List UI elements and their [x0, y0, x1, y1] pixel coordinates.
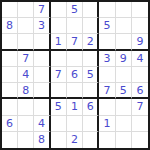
cell-r2c2[interactable]	[18, 18, 34, 34]
cell-r5c7[interactable]	[99, 67, 115, 83]
cell-r3c2[interactable]	[18, 34, 34, 50]
cell-r3c9[interactable]: 9	[132, 34, 148, 50]
cell-r9c4[interactable]	[51, 132, 67, 148]
cell-r4c7[interactable]: 3	[99, 51, 115, 67]
cell-r8c7[interactable]: 1	[99, 116, 115, 132]
cell-r6c1[interactable]	[2, 83, 18, 99]
cell-r4c9[interactable]: 4	[132, 51, 148, 67]
cell-r9c1[interactable]	[2, 132, 18, 148]
cell-r7c2[interactable]	[18, 99, 34, 115]
cell-r3c4[interactable]: 1	[51, 34, 67, 50]
cell-r8c9[interactable]	[132, 116, 148, 132]
cell-r9c7[interactable]	[99, 132, 115, 148]
cell-r3c5[interactable]: 7	[67, 34, 83, 50]
cell-r2c6[interactable]	[83, 18, 99, 34]
cell-r3c8[interactable]	[116, 34, 132, 50]
cell-r7c3[interactable]	[34, 99, 50, 115]
cell-r2c8[interactable]	[116, 18, 132, 34]
cell-r8c4[interactable]	[51, 116, 67, 132]
cell-r5c2[interactable]: 4	[18, 67, 34, 83]
cell-r6c4[interactable]	[51, 83, 67, 99]
cell-r8c8[interactable]	[116, 116, 132, 132]
cell-r4c8[interactable]: 9	[116, 51, 132, 67]
cell-r5c8[interactable]	[116, 67, 132, 83]
sudoku-puzzle: 758351729739447658756516764182	[0, 0, 150, 150]
cell-r5c1[interactable]	[2, 67, 18, 83]
cell-r4c5[interactable]	[67, 51, 83, 67]
cell-r1c6[interactable]	[83, 2, 99, 18]
cell-r1c7[interactable]	[99, 2, 115, 18]
cell-r1c1[interactable]	[2, 2, 18, 18]
cell-r8c2[interactable]	[18, 116, 34, 132]
cell-r9c9[interactable]	[132, 132, 148, 148]
cell-r8c3[interactable]: 4	[34, 116, 50, 132]
cell-r5c5[interactable]: 6	[67, 67, 83, 83]
cell-r7c7[interactable]	[99, 99, 115, 115]
cell-r7c1[interactable]	[2, 99, 18, 115]
cell-r6c6[interactable]	[83, 83, 99, 99]
cell-r1c2[interactable]	[18, 2, 34, 18]
cell-r7c6[interactable]: 6	[83, 99, 99, 115]
cell-r4c3[interactable]	[34, 51, 50, 67]
cell-r7c5[interactable]: 1	[67, 99, 83, 115]
cell-r9c5[interactable]: 2	[67, 132, 83, 148]
cell-r3c6[interactable]: 2	[83, 34, 99, 50]
cell-r5c9[interactable]	[132, 67, 148, 83]
cell-r9c8[interactable]	[116, 132, 132, 148]
cell-r2c5[interactable]	[67, 18, 83, 34]
cell-r3c7[interactable]	[99, 34, 115, 50]
cell-r4c2[interactable]: 7	[18, 51, 34, 67]
cell-r1c8[interactable]	[116, 2, 132, 18]
cell-r2c4[interactable]	[51, 18, 67, 34]
cell-r1c5[interactable]: 5	[67, 2, 83, 18]
cell-r8c6[interactable]	[83, 116, 99, 132]
cell-r2c7[interactable]: 5	[99, 18, 115, 34]
cell-r1c9[interactable]	[132, 2, 148, 18]
cell-r6c8[interactable]: 5	[116, 83, 132, 99]
cell-r6c3[interactable]	[34, 83, 50, 99]
cell-r8c5[interactable]	[67, 116, 83, 132]
cell-r4c1[interactable]	[2, 51, 18, 67]
cell-r9c3[interactable]: 8	[34, 132, 50, 148]
cell-r8c1[interactable]: 6	[2, 116, 18, 132]
cell-r7c9[interactable]: 7	[132, 99, 148, 115]
cell-r9c6[interactable]	[83, 132, 99, 148]
cell-r4c4[interactable]	[51, 51, 67, 67]
cell-r7c4[interactable]: 5	[51, 99, 67, 115]
cell-r2c1[interactable]: 8	[2, 18, 18, 34]
cell-r3c3[interactable]	[34, 34, 50, 50]
cell-r3c1[interactable]	[2, 34, 18, 50]
cell-r6c5[interactable]	[67, 83, 83, 99]
cell-r5c3[interactable]	[34, 67, 50, 83]
cell-r2c3[interactable]: 3	[34, 18, 50, 34]
cell-r7c8[interactable]	[116, 99, 132, 115]
cell-r1c4[interactable]	[51, 2, 67, 18]
cell-r9c2[interactable]	[18, 132, 34, 148]
cell-r5c6[interactable]: 5	[83, 67, 99, 83]
cell-r1c3[interactable]: 7	[34, 2, 50, 18]
cell-r6c2[interactable]: 8	[18, 83, 34, 99]
cell-r6c7[interactable]: 7	[99, 83, 115, 99]
cell-r4c6[interactable]	[83, 51, 99, 67]
cell-r6c9[interactable]: 6	[132, 83, 148, 99]
cell-r5c4[interactable]: 7	[51, 67, 67, 83]
cell-r2c9[interactable]	[132, 18, 148, 34]
sudoku-board: 758351729739447658756516764182	[0, 0, 150, 150]
